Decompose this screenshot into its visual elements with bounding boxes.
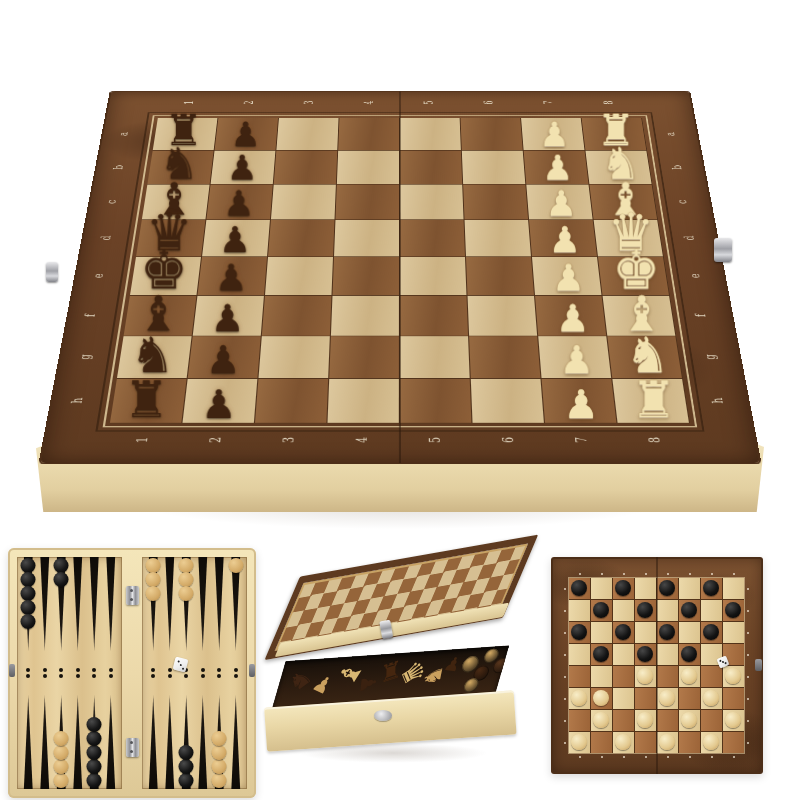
checkers-man-white: [703, 690, 719, 706]
backgammon-point-dot: [201, 674, 205, 678]
chess-square: [276, 118, 338, 150]
frame-mark: [564, 588, 566, 590]
backgammon-checker-wood: [212, 773, 227, 788]
frame-mark: [747, 676, 749, 678]
checkers-square: [613, 688, 634, 709]
backgammon-point-slot: [53, 682, 70, 789]
backgammon-point: [214, 557, 224, 651]
frame-mark: [564, 742, 566, 744]
backgammon-checker-wood: [179, 586, 194, 601]
checkers-man-white: [659, 734, 675, 750]
frame-mark: [564, 676, 566, 678]
die-pip: [724, 662, 727, 665]
chess-square: [334, 220, 399, 256]
checkers-man-black: [681, 646, 697, 662]
backgammon-point-slot: [145, 682, 162, 789]
backgammon-point-dot: [26, 674, 30, 678]
backgammon-point-dot: [59, 668, 63, 672]
chess-square: [338, 118, 399, 150]
checkers-square: [723, 710, 744, 731]
backgammon-point-dot: [92, 668, 96, 672]
chess-square: [337, 151, 399, 184]
backgammon-half-bottom: [20, 682, 119, 789]
checkers-square: [613, 578, 634, 599]
rank-label: d: [98, 236, 114, 241]
backgammon-checker-wood: [228, 558, 243, 573]
checkers-square: [569, 644, 590, 665]
chess-frame: 1122334455667788aabbccddeeffgghh ♜♟♟♜♞♟♟…: [41, 92, 759, 464]
checkers-man-black: [571, 624, 587, 640]
checkers-man-white: [593, 712, 609, 728]
backgammon-point-dot: [109, 674, 113, 678]
stored-chess-piece: ♟: [441, 654, 464, 674]
checkers-square: [613, 600, 634, 621]
chess-square: [461, 118, 523, 150]
backgammon-point-dot: [151, 668, 155, 672]
backgammon-checker-black: [179, 745, 194, 760]
checkers-man-white: [637, 668, 653, 684]
checkers-man-white: [571, 734, 587, 750]
backgammon-checker-wood: [212, 745, 227, 760]
backgammon-checker-black: [87, 759, 102, 774]
frame-mark: [747, 698, 749, 700]
checkers-man-black: [725, 602, 741, 618]
frame-mark: [564, 632, 566, 634]
chess-square: [206, 185, 272, 220]
backgammon-point-dot: [92, 674, 96, 678]
backgammon-point-slot: [178, 682, 195, 789]
backgammon-point-dot: [234, 674, 238, 678]
backgammon-point-dot: [43, 674, 47, 678]
backgammon-point: [106, 557, 116, 651]
rank-label: e: [91, 274, 107, 279]
file-label: 5: [421, 101, 435, 105]
frame-mark: [747, 742, 749, 744]
frame-mark: [747, 654, 749, 656]
rank-label: c: [104, 200, 119, 204]
frame-mark: [747, 632, 749, 634]
checkers-square: [569, 710, 590, 731]
frame-mark: [564, 610, 566, 612]
chess-square: [582, 118, 647, 150]
checkers-man-white: [637, 712, 653, 728]
frame-mark: [579, 573, 581, 575]
backgammon-point-dot: [184, 674, 188, 678]
checkers-square: [657, 710, 678, 731]
checkers-square: [635, 578, 656, 599]
checkers-square: [569, 578, 590, 599]
backgammon-point-dot: [109, 668, 113, 672]
checkers-square: [657, 644, 678, 665]
checkers-square: [679, 600, 700, 621]
rank-label: e: [687, 274, 703, 279]
backgammon-point-slot: [37, 682, 54, 789]
file-label: 4: [361, 101, 375, 105]
chess-square: [524, 151, 589, 184]
backgammon-checker-wood: [54, 745, 69, 760]
checkers-square: [635, 644, 656, 665]
backgammon-checker-black: [87, 773, 102, 788]
backgammon-checker-wood: [54, 731, 69, 746]
metal-clasp-right: [714, 238, 732, 262]
chess-piece-r: ♜: [110, 352, 182, 424]
backgammon-point-dot: [201, 668, 205, 672]
backgammon-figure: [8, 548, 256, 798]
chess-square: [274, 151, 338, 184]
backgammon-point-dot: [59, 674, 63, 678]
backgammon-point-slot: [20, 557, 37, 664]
frame-mark: [623, 756, 625, 758]
checkers-square: [723, 578, 744, 599]
frame-mark: [711, 573, 713, 575]
backgammon-checker-black: [54, 572, 69, 587]
frame-mark: [579, 756, 581, 758]
checkers-square: [657, 732, 678, 753]
chess-piece-P: ♟: [545, 352, 617, 424]
checkers-man-black: [615, 624, 631, 640]
checkers-fold-seam: [656, 557, 658, 774]
checkers-square: [591, 688, 612, 709]
backgammon-point-dot: [217, 668, 221, 672]
chess-square: [526, 185, 592, 220]
checkers-square: [635, 688, 656, 709]
checkers-square: [701, 600, 722, 621]
rank-label: b: [111, 165, 126, 169]
frame-mark: [645, 573, 647, 575]
frame-mark: [667, 756, 669, 758]
side-latch-right: [249, 664, 255, 677]
backgammon-point-slot: [37, 557, 54, 664]
rank-label: a: [663, 132, 678, 136]
chess-square: [400, 220, 465, 256]
backgammon-point: [73, 695, 83, 789]
chess-square: [400, 151, 462, 184]
backgammon-checker-black: [21, 614, 36, 629]
backgammon-point: [198, 695, 208, 789]
backgammon-point-slot: [53, 557, 70, 664]
backgammon-point-slot: [103, 682, 120, 789]
side-latch-right: [755, 659, 762, 671]
checkers-man-white: [725, 668, 741, 684]
frame-mark: [564, 698, 566, 700]
rank-label: f: [692, 314, 708, 317]
backgammon-point-dot: [168, 668, 172, 672]
frame-mark: [747, 610, 749, 612]
checkers-square: [701, 732, 722, 753]
frame-mark: [747, 588, 749, 590]
checkers-square: [591, 732, 612, 753]
file-label: 2: [206, 437, 223, 443]
checkers-square: [591, 600, 612, 621]
file-label: 6: [481, 101, 495, 105]
file-label: 1: [181, 101, 195, 105]
chess-square: [147, 151, 213, 184]
chess-square: [268, 220, 334, 256]
backgammon-point: [165, 695, 175, 789]
checkers-square: [613, 710, 634, 731]
backgammon-point: [198, 557, 208, 651]
checkers-man-black: [659, 624, 675, 640]
metal-hinge-bottom: [126, 738, 139, 757]
backgammon-checker-black: [21, 572, 36, 587]
checkers-square: [635, 732, 656, 753]
backgammon-point-dot: [151, 674, 155, 678]
frame-mark: [623, 573, 625, 575]
frame-mark: [747, 720, 749, 722]
backgammon-point: [73, 557, 83, 651]
backgammon-point-dot: [217, 674, 221, 678]
checkers-square: [701, 578, 722, 599]
checkers-man-black: [703, 580, 719, 596]
checkers-square: [635, 622, 656, 643]
backgammon-half-top: [145, 557, 244, 664]
rank-label: d: [681, 236, 697, 241]
chess-square: [400, 185, 464, 220]
backgammon-checker-black: [54, 558, 69, 573]
backgammon-point-slot: [195, 682, 212, 789]
backgammon-checker-wood: [179, 572, 194, 587]
backgammon-checker-black: [179, 773, 194, 788]
checkers-man-white: [593, 690, 609, 706]
backgammon-point: [40, 557, 50, 651]
checkers-man-black: [681, 602, 697, 618]
frame-mark: [733, 573, 735, 575]
file-label: 1: [133, 437, 150, 443]
chess-square: [271, 185, 336, 220]
backgammon-checker-black: [87, 717, 102, 732]
file-label: 7: [572, 437, 589, 443]
backgammon-point-slot: [162, 557, 179, 664]
backgammon-point-slot: [211, 682, 228, 789]
backgammon-checker-black: [87, 745, 102, 760]
checkers-square: [613, 644, 634, 665]
backgammon-checker-wood: [146, 572, 161, 587]
checkers-square: [701, 688, 722, 709]
checkers-man-black: [659, 580, 675, 596]
backgammon-point-slot: [211, 557, 228, 664]
checkers-square: [613, 622, 634, 643]
chess-square: [465, 220, 531, 256]
checkers-square: [591, 622, 612, 643]
backgammon-point: [148, 695, 158, 789]
file-label: 7: [541, 101, 555, 105]
checkers-figure: [551, 557, 763, 774]
rank-label: g: [76, 354, 93, 359]
checkers-man-black: [593, 602, 609, 618]
backgammon-checker-wood: [146, 586, 161, 601]
checkers-man-white: [725, 712, 741, 728]
checkers-man-black: [637, 602, 653, 618]
backgammon-point: [40, 695, 50, 789]
backgammon-checker-wood: [212, 759, 227, 774]
backgammon-point-slot: [178, 557, 195, 664]
backgammon-panel-right: [142, 557, 247, 789]
checkers-square: [679, 688, 700, 709]
checkers-square: [569, 666, 590, 687]
checkers-man-white: [615, 734, 631, 750]
file-label: 8: [645, 437, 662, 443]
file-label: 8: [601, 101, 615, 105]
checkers-square: [679, 622, 700, 643]
checkers-square: [657, 688, 678, 709]
frame-mark: [601, 756, 603, 758]
file-label: 3: [301, 101, 315, 105]
backgammon-point: [89, 557, 99, 651]
backgammon-point-slot: [70, 682, 87, 789]
backgammon-point-dot: [76, 668, 80, 672]
backgammon-point: [106, 695, 116, 789]
chess-square: [400, 118, 461, 150]
frame-mark: [689, 756, 691, 758]
product-photo-stage: 1122334455667788aabbccddeeffgghh ♜♟♟♜♞♟♟…: [0, 0, 800, 800]
checkers-man-black: [703, 624, 719, 640]
side-latch-left: [9, 664, 15, 677]
backgammon-point-slot: [86, 557, 103, 664]
chess-piece-p: ♟: [183, 352, 255, 424]
rank-label: f: [82, 314, 98, 317]
box-badge: [374, 710, 392, 721]
backgammon-point-dot: [234, 668, 238, 672]
backgammon-checker-black: [179, 759, 194, 774]
chess-scene: 1122334455667788aabbccddeeffgghh ♜♟♟♜♞♟♟…: [80, 0, 720, 577]
frame-mark: [667, 573, 669, 575]
backgammon-point-slot: [103, 557, 120, 664]
backgammon-half-top: [20, 557, 119, 664]
checkers-man-white: [681, 668, 697, 684]
checkers-square: [635, 600, 656, 621]
backgammon-point-dot: [26, 668, 30, 672]
backgammon-point-slot: [195, 557, 212, 664]
die-pip: [177, 660, 179, 662]
chess-square: [462, 151, 525, 184]
checkers-square: [591, 666, 612, 687]
chess-board-figure: 1122334455667788aabbccddeeffgghh ♜♟♟♜♞♟♟…: [0, 0, 800, 545]
chess-square: [463, 185, 528, 220]
backgammon-point: [231, 695, 241, 789]
backgammon-point-dot: [43, 668, 47, 672]
metal-clasp-left: [46, 262, 58, 282]
checkers-square: [657, 622, 678, 643]
backgammon-point-dot: [76, 674, 80, 678]
frame-mark: [733, 756, 735, 758]
backgammon-checker-wood: [54, 773, 69, 788]
backgammon-checker-black: [21, 586, 36, 601]
frame-mark: [689, 573, 691, 575]
checkers-square: [591, 644, 612, 665]
chess-square: [142, 185, 210, 220]
checkers-square: [657, 666, 678, 687]
checkers-man-white: [659, 690, 675, 706]
checkers-square: [679, 710, 700, 731]
chess-square: [589, 185, 657, 220]
checkers-square: [591, 710, 612, 731]
checkers-square: [657, 600, 678, 621]
checkers-man-black: [637, 646, 653, 662]
chess-square: [215, 118, 278, 150]
backgammon-point: [23, 695, 33, 789]
checkers-square: [613, 666, 634, 687]
file-label: 3: [280, 437, 297, 443]
checkers-square: [657, 578, 678, 599]
rank-label: h: [68, 398, 85, 404]
checkers-square: [723, 688, 744, 709]
backgammon-point-dot: [168, 674, 172, 678]
backgammon-point-slot: [20, 682, 37, 789]
backgammon-point: [165, 557, 175, 651]
checkers-square: [679, 666, 700, 687]
chess-square: [585, 151, 651, 184]
checkers-man-white: [703, 734, 719, 750]
frame-mark: [601, 573, 603, 575]
backgammon-checker-wood: [212, 731, 227, 746]
backgammon-point-slot: [228, 682, 245, 789]
backgammon-point-slot: [228, 557, 245, 664]
rank-label: a: [116, 132, 131, 136]
file-label: 2: [241, 101, 255, 105]
file-label: 6: [499, 437, 516, 443]
backgammon-panel-left: [17, 557, 122, 789]
checkers-square: [591, 578, 612, 599]
rank-label: b: [669, 165, 684, 169]
stored-checker-disc: [462, 678, 480, 693]
backgammon-point-slot: [86, 682, 103, 789]
checkers-square: [635, 710, 656, 731]
checkers-man-black: [571, 580, 587, 596]
checkers-man-black: [615, 580, 631, 596]
checkers-square: [723, 600, 744, 621]
stored-chess-piece: ♟: [357, 672, 380, 695]
backgammon-checker-wood: [179, 558, 194, 573]
chess-square: [153, 118, 218, 150]
chess-square: [521, 118, 584, 150]
checkers-man-white: [571, 690, 587, 706]
checkers-man-black: [593, 646, 609, 662]
chess-piece-R: ♜: [617, 352, 689, 424]
chess-square: [335, 185, 399, 220]
checkers-square: [701, 666, 722, 687]
checkers-square: [723, 622, 744, 643]
backgammon-checker-black: [21, 558, 36, 573]
chess-square: [211, 151, 276, 184]
rank-label: g: [701, 354, 718, 359]
checkers-square: [723, 732, 744, 753]
frame-mark: [645, 756, 647, 758]
checkers-square: [613, 732, 634, 753]
checkers-square: [679, 578, 700, 599]
backgammon-checker-black: [21, 600, 36, 615]
checkers-square: [701, 622, 722, 643]
frame-mark: [564, 720, 566, 722]
backgammon-point-slot: [70, 557, 87, 664]
backgammon-checker-black: [87, 731, 102, 746]
checkers-square: [679, 644, 700, 665]
checkers-square: [679, 732, 700, 753]
file-label: 4: [353, 437, 370, 443]
backgammon-checker-wood: [54, 759, 69, 774]
checkers-square: [569, 622, 590, 643]
checkers-square: [569, 600, 590, 621]
file-label: 5: [426, 437, 443, 443]
frame-mark: [564, 654, 566, 656]
checkers-square: [701, 710, 722, 731]
die-pip: [180, 664, 182, 666]
checkers-square: [723, 666, 744, 687]
metal-hinge-top: [126, 586, 139, 605]
backgammon-half-bottom: [145, 682, 244, 789]
rank-label: c: [674, 200, 689, 204]
checkers-square: [635, 666, 656, 687]
checkers-square: [569, 688, 590, 709]
